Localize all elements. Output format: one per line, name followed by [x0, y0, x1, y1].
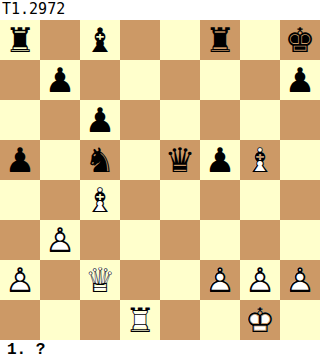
black-pawn: ♟: [80, 100, 120, 140]
square-g1[interactable]: ♚♔: [240, 300, 280, 340]
square-b7[interactable]: ♟: [40, 60, 80, 100]
white-king: ♚♔: [240, 300, 280, 340]
white-pawn: ♟♙: [240, 260, 280, 300]
square-h8[interactable]: ♚: [280, 20, 320, 60]
square-a3[interactable]: [0, 220, 40, 260]
square-b8[interactable]: [40, 20, 80, 60]
square-d6[interactable]: [120, 100, 160, 140]
square-a4[interactable]: [0, 180, 40, 220]
white-pawn: ♟♙: [200, 260, 240, 300]
square-e7[interactable]: [160, 60, 200, 100]
black-rook: ♜: [200, 20, 240, 60]
white-bishop: ♝♗: [240, 140, 280, 180]
square-e2[interactable]: [160, 260, 200, 300]
white-bishop: ♝♗: [80, 180, 120, 220]
square-c8[interactable]: ♝: [80, 20, 120, 60]
square-d1[interactable]: ♜♖: [120, 300, 160, 340]
move-prompt: 1. ?: [0, 340, 320, 360]
black-pawn: ♟: [200, 140, 240, 180]
white-pawn: ♟♙: [0, 260, 40, 300]
black-queen: ♛: [160, 140, 200, 180]
square-d2[interactable]: [120, 260, 160, 300]
square-d3[interactable]: [120, 220, 160, 260]
square-g8[interactable]: [240, 20, 280, 60]
square-h2[interactable]: ♟♙: [280, 260, 320, 300]
square-g5[interactable]: ♝♗: [240, 140, 280, 180]
square-g7[interactable]: [240, 60, 280, 100]
square-g2[interactable]: ♟♙: [240, 260, 280, 300]
square-d5[interactable]: [120, 140, 160, 180]
white-rook: ♜♖: [120, 300, 160, 340]
square-f1[interactable]: [200, 300, 240, 340]
square-d8[interactable]: [120, 20, 160, 60]
square-g4[interactable]: [240, 180, 280, 220]
square-a5[interactable]: ♟: [0, 140, 40, 180]
square-b3[interactable]: ♟♙: [40, 220, 80, 260]
black-rook: ♜: [0, 20, 40, 60]
chess-board: ♜♝♜♚♟♟♟♟♞♛♟♝♗♝♗♟♙♟♙♛♕♟♙♟♙♟♙♜♖♚♔: [0, 20, 320, 340]
square-d4[interactable]: [120, 180, 160, 220]
black-king: ♚: [280, 20, 320, 60]
square-e3[interactable]: [160, 220, 200, 260]
square-c2[interactable]: ♛♕: [80, 260, 120, 300]
square-f4[interactable]: [200, 180, 240, 220]
square-f5[interactable]: ♟: [200, 140, 240, 180]
square-d7[interactable]: [120, 60, 160, 100]
square-c5[interactable]: ♞: [80, 140, 120, 180]
square-e5[interactable]: ♛: [160, 140, 200, 180]
white-pawn: ♟♙: [280, 260, 320, 300]
square-e4[interactable]: [160, 180, 200, 220]
square-e1[interactable]: [160, 300, 200, 340]
square-c4[interactable]: ♝♗: [80, 180, 120, 220]
square-c7[interactable]: [80, 60, 120, 100]
square-e6[interactable]: [160, 100, 200, 140]
square-b2[interactable]: [40, 260, 80, 300]
black-bishop: ♝: [80, 20, 120, 60]
square-h4[interactable]: [280, 180, 320, 220]
square-b4[interactable]: [40, 180, 80, 220]
square-a6[interactable]: [0, 100, 40, 140]
square-h7[interactable]: ♟: [280, 60, 320, 100]
square-g6[interactable]: [240, 100, 280, 140]
square-b1[interactable]: [40, 300, 80, 340]
square-f6[interactable]: [200, 100, 240, 140]
black-pawn: ♟: [280, 60, 320, 100]
square-c3[interactable]: [80, 220, 120, 260]
square-h6[interactable]: [280, 100, 320, 140]
square-a8[interactable]: ♜: [0, 20, 40, 60]
puzzle-id: T1.2972: [0, 0, 320, 20]
square-c6[interactable]: ♟: [80, 100, 120, 140]
white-pawn: ♟♙: [40, 220, 80, 260]
square-f8[interactable]: ♜: [200, 20, 240, 60]
square-a1[interactable]: [0, 300, 40, 340]
square-g3[interactable]: [240, 220, 280, 260]
white-queen: ♛♕: [80, 260, 120, 300]
square-c1[interactable]: [80, 300, 120, 340]
square-h5[interactable]: [280, 140, 320, 180]
square-b6[interactable]: [40, 100, 80, 140]
square-h3[interactable]: [280, 220, 320, 260]
square-f2[interactable]: ♟♙: [200, 260, 240, 300]
chess-puzzle-window: T1.2972 ♜♝♜♚♟♟♟♟♞♛♟♝♗♝♗♟♙♟♙♛♕♟♙♟♙♟♙♜♖♚♔ …: [0, 0, 320, 360]
black-pawn: ♟: [40, 60, 80, 100]
square-f3[interactable]: [200, 220, 240, 260]
black-knight: ♞: [80, 140, 120, 180]
square-b5[interactable]: [40, 140, 80, 180]
square-a2[interactable]: ♟♙: [0, 260, 40, 300]
square-h1[interactable]: [280, 300, 320, 340]
square-a7[interactable]: [0, 60, 40, 100]
black-pawn: ♟: [0, 140, 40, 180]
square-f7[interactable]: [200, 60, 240, 100]
square-e8[interactable]: [160, 20, 200, 60]
